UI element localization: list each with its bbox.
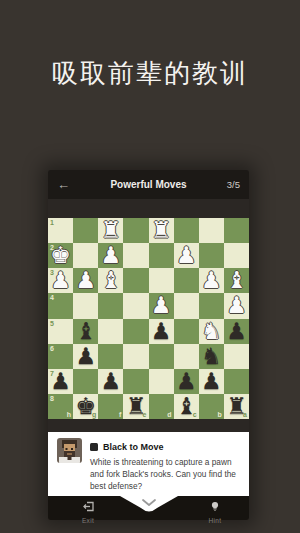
square-f1[interactable]: ♜	[98, 218, 123, 243]
coach-avatar	[57, 438, 82, 463]
square-a5[interactable]: ♟	[224, 319, 249, 344]
square-a1[interactable]	[224, 218, 249, 243]
piece-wP-d4[interactable]: ♟	[149, 293, 174, 318]
info-panel: Black to Move White is threatening to ca…	[48, 432, 249, 496]
file-label-h: h	[67, 411, 71, 418]
piece-bP-c7[interactable]: ♟	[174, 369, 199, 394]
square-h7[interactable]: 7♟	[48, 369, 73, 394]
square-d1[interactable]: ♜	[149, 218, 174, 243]
puzzle-message: White is threatening to capture a pawn a…	[90, 456, 242, 492]
square-b4[interactable]	[199, 293, 224, 318]
page-title: 吸取前辈的教训	[0, 56, 300, 91]
square-a2[interactable]	[224, 243, 249, 268]
back-button[interactable]: ←	[57, 178, 77, 191]
piece-bP-f7[interactable]: ♟	[98, 369, 123, 394]
square-d6[interactable]	[149, 344, 174, 369]
square-g8[interactable]: g♚	[73, 394, 98, 419]
square-c4[interactable]	[174, 293, 199, 318]
square-h2[interactable]: 2♚	[48, 243, 73, 268]
piece-bR-e8[interactable]: ♜	[123, 394, 148, 419]
piece-wP-h3[interactable]: ♟	[48, 268, 73, 293]
file-label-b: b	[218, 411, 222, 418]
square-e1[interactable]	[123, 218, 148, 243]
rank-label-8: 8	[50, 395, 54, 402]
square-f7[interactable]: ♟	[98, 369, 123, 394]
rank-label-4: 4	[50, 294, 54, 301]
chess-board[interactable]: 1♜♜2♚♟♟3♟♟♝♟♝4♟♟5♝♟♞♟6♟♞7♟♟♟♟8hg♚fe♜dc♝b…	[48, 218, 249, 419]
square-b7[interactable]: ♟	[199, 369, 224, 394]
square-d2[interactable]	[149, 243, 174, 268]
panel-collapse-handle[interactable]	[120, 496, 178, 515]
piece-wP-c2[interactable]: ♟	[174, 243, 199, 268]
piece-bP-g6[interactable]: ♟	[73, 344, 98, 369]
square-g7[interactable]	[73, 369, 98, 394]
square-c1[interactable]	[174, 218, 199, 243]
square-g2[interactable]	[73, 243, 98, 268]
piece-wR-f1[interactable]: ♜	[98, 218, 123, 243]
move-indicator-row: Black to Move	[90, 442, 164, 452]
square-b5[interactable]: ♞	[199, 319, 224, 344]
piece-wN-b5[interactable]: ♞	[199, 319, 224, 344]
square-b2[interactable]	[199, 243, 224, 268]
square-f4[interactable]	[98, 293, 123, 318]
square-c5[interactable]	[174, 319, 199, 344]
square-g6[interactable]: ♟	[73, 344, 98, 369]
piece-wP-a4[interactable]: ♟	[224, 293, 249, 318]
square-d5[interactable]: ♟	[149, 319, 174, 344]
piece-bP-d5[interactable]: ♟	[149, 319, 174, 344]
piece-wP-b3[interactable]: ♟	[199, 268, 224, 293]
piece-bR-a8[interactable]: ♜	[224, 394, 249, 419]
square-c3[interactable]	[174, 268, 199, 293]
square-g4[interactable]	[73, 293, 98, 318]
square-e8[interactable]: e♜	[123, 394, 148, 419]
square-e2[interactable]	[123, 243, 148, 268]
square-e3[interactable]	[123, 268, 148, 293]
exit-button[interactable]: Exit	[70, 498, 106, 524]
bottom-toolbar: Exit Hint	[48, 496, 249, 520]
lesson-header: ← Powerful Moves 3/5	[48, 170, 249, 199]
square-d7[interactable]	[149, 369, 174, 394]
piece-wK-h2[interactable]: ♚	[48, 243, 73, 268]
piece-wB-f3[interactable]: ♝	[98, 268, 123, 293]
piece-bP-b7[interactable]: ♟	[199, 369, 224, 394]
square-f3[interactable]: ♝	[98, 268, 123, 293]
exit-label: Exit	[82, 517, 94, 524]
square-b8[interactable]: b	[199, 394, 224, 419]
file-label-d: d	[167, 411, 171, 418]
square-b6[interactable]: ♞	[199, 344, 224, 369]
square-a6[interactable]	[224, 344, 249, 369]
square-c7[interactable]: ♟	[174, 369, 199, 394]
piece-bN-b6[interactable]: ♞	[199, 344, 224, 369]
square-h5[interactable]: 5	[48, 319, 73, 344]
square-h4[interactable]: 4	[48, 293, 73, 318]
piece-bB-g5[interactable]: ♝	[73, 319, 98, 344]
piece-wP-f2[interactable]: ♟	[98, 243, 123, 268]
square-f8[interactable]: f	[98, 394, 123, 419]
square-f6[interactable]	[98, 344, 123, 369]
square-d8[interactable]: d	[149, 394, 174, 419]
square-d3[interactable]	[149, 268, 174, 293]
square-c8[interactable]: c♝	[174, 394, 199, 419]
square-b3[interactable]: ♟	[199, 268, 224, 293]
piece-bP-h7[interactable]: ♟	[48, 369, 73, 394]
square-h6[interactable]: 6	[48, 344, 73, 369]
square-g1[interactable]	[73, 218, 98, 243]
square-a8[interactable]: a♜	[224, 394, 249, 419]
square-h8[interactable]: 8h	[48, 394, 73, 419]
square-a3[interactable]: ♝	[224, 268, 249, 293]
lesson-progress: 3/5	[220, 179, 240, 190]
square-g3[interactable]: ♟	[73, 268, 98, 293]
piece-bP-a5[interactable]: ♟	[224, 319, 249, 344]
hint-label: Hint	[209, 517, 222, 524]
hint-button[interactable]: Hint	[197, 498, 233, 524]
square-g5[interactable]: ♝	[73, 319, 98, 344]
rank-label-6: 6	[50, 345, 54, 352]
square-f2[interactable]: ♟	[98, 243, 123, 268]
piece-wB-a3[interactable]: ♝	[224, 268, 249, 293]
file-label-f: f	[119, 411, 121, 418]
rank-label-5: 5	[50, 320, 54, 327]
piece-wP-g3[interactable]: ♟	[73, 268, 98, 293]
square-a4[interactable]: ♟	[224, 293, 249, 318]
square-h1[interactable]: 1	[48, 218, 73, 243]
lesson-title: Powerful Moves	[77, 179, 220, 190]
piece-bB-c8[interactable]: ♝	[174, 394, 199, 419]
square-b1[interactable]	[199, 218, 224, 243]
square-c2[interactable]: ♟	[174, 243, 199, 268]
piece-bK-g8[interactable]: ♚	[73, 394, 98, 419]
square-f5[interactable]	[98, 319, 123, 344]
square-e5[interactable]	[123, 319, 148, 344]
square-e4[interactable]	[123, 293, 148, 318]
piece-wR-d1[interactable]: ♜	[149, 218, 174, 243]
square-e7[interactable]	[123, 369, 148, 394]
square-h3[interactable]: 3♟	[48, 268, 73, 293]
square-c6[interactable]	[174, 344, 199, 369]
square-e6[interactable]	[123, 344, 148, 369]
square-a7[interactable]	[224, 369, 249, 394]
exit-icon	[82, 498, 94, 516]
black-to-move-icon	[90, 443, 98, 451]
hint-lightbulb-icon	[209, 498, 221, 516]
device-screen: ← Powerful Moves 3/5 1♜♜2♚♟♟3♟♟♝♟♝4♟♟5♝♟…	[48, 170, 249, 520]
move-indicator-label: Black to Move	[103, 442, 164, 452]
rank-label-1: 1	[50, 219, 54, 226]
square-d4[interactable]: ♟	[149, 293, 174, 318]
